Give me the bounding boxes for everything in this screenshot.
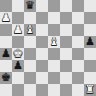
square-g6[interactable] (72, 24, 84, 36)
white-king-b4: ♚ (13, 48, 23, 60)
square-f5[interactable] (60, 36, 72, 48)
white-pawn-a7: ♟ (1, 12, 11, 24)
square-e2[interactable] (48, 72, 60, 84)
chess-board: ♛♟♟♝♝♟♟♚♟♚♜ (0, 0, 96, 96)
square-c4[interactable] (24, 48, 36, 60)
square-e6[interactable] (48, 24, 60, 36)
square-h6[interactable] (84, 24, 96, 36)
square-a6[interactable] (0, 24, 12, 36)
square-c6[interactable]: ♝ (24, 24, 36, 36)
square-g1[interactable] (72, 84, 84, 96)
square-b5[interactable] (12, 36, 24, 48)
square-h4[interactable] (84, 48, 96, 60)
square-e3[interactable] (48, 60, 60, 72)
square-b6[interactable]: ♟ (12, 24, 24, 36)
white-rook-h1: ♜ (85, 84, 95, 96)
square-c8[interactable]: ♛ (24, 0, 36, 12)
square-a4[interactable]: ♟ (0, 48, 12, 60)
black-queen-c8: ♛ (25, 0, 35, 12)
square-e4[interactable] (48, 48, 60, 60)
square-d7[interactable] (36, 12, 48, 24)
black-king-a2: ♚ (1, 72, 11, 84)
square-d5[interactable] (36, 36, 48, 48)
square-g2[interactable] (72, 72, 84, 84)
white-bishop-e5: ♝ (49, 36, 59, 48)
square-c1[interactable] (24, 84, 36, 96)
white-bishop-c6: ♝ (25, 24, 35, 36)
square-h8[interactable] (84, 0, 96, 12)
square-g8[interactable] (72, 0, 84, 12)
square-b8[interactable] (12, 0, 24, 12)
square-h3[interactable] (84, 60, 96, 72)
square-c3[interactable] (24, 60, 36, 72)
square-e8[interactable] (48, 0, 60, 12)
square-f1[interactable] (60, 84, 72, 96)
square-e7[interactable] (48, 12, 60, 24)
square-a3[interactable] (0, 60, 12, 72)
square-h2[interactable] (84, 72, 96, 84)
square-g7[interactable] (72, 12, 84, 24)
square-f6[interactable] (60, 24, 72, 36)
square-d2[interactable] (36, 72, 48, 84)
square-f7[interactable] (60, 12, 72, 24)
square-c7[interactable] (24, 12, 36, 24)
square-d8[interactable] (36, 0, 48, 12)
square-h7[interactable] (84, 12, 96, 24)
square-b7[interactable] (12, 12, 24, 24)
square-a1[interactable] (0, 84, 12, 96)
square-a7[interactable]: ♟ (0, 12, 12, 24)
black-pawn-h5: ♟ (85, 36, 95, 48)
square-d3[interactable] (36, 60, 48, 72)
square-b3[interactable]: ♟ (12, 60, 24, 72)
square-h5[interactable]: ♟ (84, 36, 96, 48)
square-a5[interactable] (0, 36, 12, 48)
white-pawn-b6: ♟ (13, 24, 23, 36)
square-b2[interactable] (12, 72, 24, 84)
square-b4[interactable]: ♚ (12, 48, 24, 60)
square-g5[interactable] (72, 36, 84, 48)
square-c5[interactable] (24, 36, 36, 48)
square-g3[interactable] (72, 60, 84, 72)
square-e1[interactable] (48, 84, 60, 96)
square-c2[interactable] (24, 72, 36, 84)
square-e5[interactable]: ♝ (48, 36, 60, 48)
square-d4[interactable] (36, 48, 48, 60)
square-a8[interactable] (0, 0, 12, 12)
black-pawn-b3: ♟ (13, 60, 23, 72)
square-f2[interactable] (60, 72, 72, 84)
square-h1[interactable]: ♜ (84, 84, 96, 96)
square-d1[interactable] (36, 84, 48, 96)
square-f3[interactable] (60, 60, 72, 72)
square-g4[interactable] (72, 48, 84, 60)
square-f4[interactable] (60, 48, 72, 60)
square-b1[interactable] (12, 84, 24, 96)
black-pawn-a4: ♟ (1, 48, 11, 60)
square-f8[interactable] (60, 0, 72, 12)
square-d6[interactable] (36, 24, 48, 36)
square-a2[interactable]: ♚ (0, 72, 12, 84)
